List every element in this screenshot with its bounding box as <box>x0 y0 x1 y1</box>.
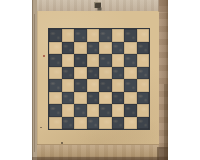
square-g6[interactable] <box>124 54 137 67</box>
square-b5[interactable] <box>62 67 75 80</box>
frame-bottom-rail <box>32 145 168 160</box>
square-b4[interactable] <box>62 79 75 92</box>
square-h1[interactable] <box>137 117 150 130</box>
square-a8[interactable] <box>49 29 62 42</box>
square-a2[interactable] <box>49 104 62 117</box>
square-d5[interactable] <box>87 67 100 80</box>
square-f7[interactable] <box>112 42 125 55</box>
square-g8[interactable] <box>124 29 137 42</box>
square-a1[interactable] <box>49 117 62 130</box>
checkerboard <box>48 28 150 130</box>
square-h3[interactable] <box>137 92 150 105</box>
square-c5[interactable] <box>74 67 87 80</box>
square-f4[interactable] <box>112 79 125 92</box>
square-g7[interactable] <box>124 42 137 55</box>
square-c8[interactable] <box>74 29 87 42</box>
square-e3[interactable] <box>99 92 112 105</box>
square-f5[interactable] <box>112 67 125 80</box>
square-a5[interactable] <box>49 67 62 80</box>
square-a7[interactable] <box>49 42 62 55</box>
square-g2[interactable] <box>124 104 137 117</box>
square-g5[interactable] <box>124 67 137 80</box>
square-h2[interactable] <box>137 104 150 117</box>
square-a4[interactable] <box>49 79 62 92</box>
square-e1[interactable] <box>99 117 112 130</box>
square-d1[interactable] <box>87 117 100 130</box>
square-d8[interactable] <box>87 29 100 42</box>
frame-right-rail <box>159 0 168 160</box>
square-b3[interactable] <box>62 92 75 105</box>
square-b1[interactable] <box>62 117 75 130</box>
square-e4[interactable] <box>99 79 112 92</box>
square-e5[interactable] <box>99 67 112 80</box>
square-d3[interactable] <box>87 92 100 105</box>
square-d7[interactable] <box>87 42 100 55</box>
square-g3[interactable] <box>124 92 137 105</box>
square-h8[interactable] <box>137 29 150 42</box>
square-e6[interactable] <box>99 54 112 67</box>
square-f2[interactable] <box>112 104 125 117</box>
square-f1[interactable] <box>112 117 125 130</box>
square-b8[interactable] <box>62 29 75 42</box>
square-d6[interactable] <box>87 54 100 67</box>
square-c6[interactable] <box>74 54 87 67</box>
square-f3[interactable] <box>112 92 125 105</box>
square-b7[interactable] <box>62 42 75 55</box>
square-g1[interactable] <box>124 117 137 130</box>
square-f6[interactable] <box>112 54 125 67</box>
paint-speck <box>43 55 45 57</box>
square-d2[interactable] <box>87 104 100 117</box>
square-h6[interactable] <box>137 54 150 67</box>
square-e7[interactable] <box>99 42 112 55</box>
wood-speck <box>61 142 63 144</box>
square-e8[interactable] <box>99 29 112 42</box>
square-c1[interactable] <box>74 117 87 130</box>
square-f8[interactable] <box>112 29 125 42</box>
square-h5[interactable] <box>137 67 150 80</box>
board-margin-panel <box>37 11 159 145</box>
square-h4[interactable] <box>137 79 150 92</box>
square-c4[interactable] <box>74 79 87 92</box>
square-a3[interactable] <box>49 92 62 105</box>
square-c3[interactable] <box>74 92 87 105</box>
page-background <box>0 0 200 160</box>
square-g4[interactable] <box>124 79 137 92</box>
board-photo <box>32 0 168 160</box>
square-b6[interactable] <box>62 54 75 67</box>
square-c7[interactable] <box>74 42 87 55</box>
wood-speck <box>40 127 42 128</box>
square-a6[interactable] <box>49 54 62 67</box>
square-d4[interactable] <box>87 79 100 92</box>
square-e2[interactable] <box>99 104 112 117</box>
square-h7[interactable] <box>137 42 150 55</box>
square-b2[interactable] <box>62 104 75 117</box>
square-c2[interactable] <box>74 104 87 117</box>
handwritten-mark <box>94 2 101 8</box>
